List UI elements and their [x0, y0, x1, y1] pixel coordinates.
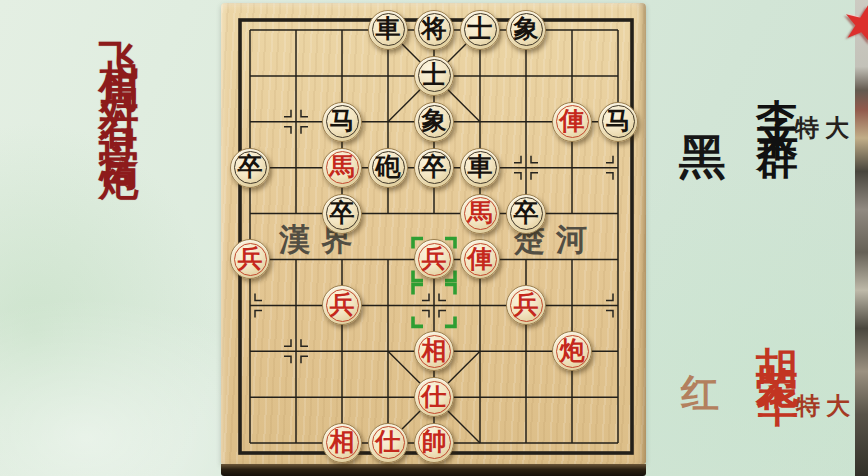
board-point-i0[interactable]	[595, 7, 641, 53]
board-point-i1[interactable]	[595, 53, 641, 99]
red-piece-兵[interactable]: 兵	[506, 285, 546, 325]
board-point-a9[interactable]	[227, 420, 273, 466]
board-point-f0[interactable]: 士	[457, 7, 503, 53]
piece-character: 兵	[238, 246, 263, 271]
board-point-e1[interactable]: 士	[411, 53, 457, 99]
black-piece-卒[interactable]: 卒	[322, 194, 362, 234]
board-point-e9[interactable]: 帥	[411, 420, 457, 466]
screen-edge-artifact	[855, 0, 868, 476]
board-point-b3[interactable]	[273, 145, 319, 191]
red-piece-相[interactable]: 相	[414, 331, 454, 371]
red-piece-仕[interactable]: 仕	[414, 377, 454, 417]
board-point-h3[interactable]	[549, 145, 595, 191]
board-point-a3[interactable]: 卒	[227, 145, 273, 191]
board-point-d9[interactable]: 仕	[365, 420, 411, 466]
board-point-b1[interactable]	[273, 53, 319, 99]
piece-character: 将	[422, 16, 447, 41]
piece-character: 卒	[514, 200, 539, 225]
piece-character: 士	[468, 16, 493, 41]
board-point-e4[interactable]	[411, 191, 457, 237]
board-point-h9[interactable]	[549, 420, 595, 466]
black-player-rank: 特大	[795, 112, 855, 144]
piece-character: 兵	[422, 246, 447, 271]
star-decoration: ★	[836, 0, 868, 54]
red-piece-馬[interactable]: 馬	[322, 148, 362, 188]
board-point-a0[interactable]	[227, 7, 273, 53]
board-point-e7[interactable]: 相	[411, 328, 457, 374]
piece-character: 帥	[422, 429, 447, 454]
black-piece-車[interactable]: 車	[460, 148, 500, 188]
board-point-d5[interactable]	[365, 236, 411, 282]
board-point-b6[interactable]	[273, 282, 319, 328]
board-point-i3[interactable]	[595, 145, 641, 191]
board-point-e8[interactable]: 仕	[411, 374, 457, 420]
board-point-i6[interactable]	[595, 282, 641, 328]
black-piece-象[interactable]: 象	[506, 10, 546, 50]
board-point-a2[interactable]	[227, 99, 273, 145]
board-point-a1[interactable]	[227, 53, 273, 99]
board-point-i2[interactable]: 马	[595, 99, 641, 145]
piece-character: 馬	[330, 154, 355, 179]
board-point-c9[interactable]: 相	[319, 420, 365, 466]
board-point-d3[interactable]: 砲	[365, 145, 411, 191]
red-player-rank: 特大	[796, 390, 856, 422]
black-piece-砲[interactable]: 砲	[368, 148, 408, 188]
board-point-g2[interactable]	[503, 99, 549, 145]
red-side-label: 红	[681, 368, 719, 419]
board-point-a7[interactable]	[227, 328, 273, 374]
board-point-b0[interactable]	[273, 7, 319, 53]
board-point-f8[interactable]	[457, 374, 503, 420]
board-point-d2[interactable]	[365, 99, 411, 145]
black-piece-马[interactable]: 马	[598, 102, 638, 142]
board-point-f7[interactable]	[457, 328, 503, 374]
board-point-c8[interactable]	[319, 374, 365, 420]
board-point-f1[interactable]	[457, 53, 503, 99]
black-piece-士[interactable]: 士	[414, 56, 454, 96]
board-point-h7[interactable]: 炮	[549, 328, 595, 374]
piece-character: 马	[330, 108, 355, 133]
board-point-b2[interactable]	[273, 99, 319, 145]
opening-title: 飞相局对右过宫炮	[92, 10, 147, 146]
red-piece-兵[interactable]: 兵	[414, 239, 454, 279]
board-point-f2[interactable]	[457, 99, 503, 145]
piece-character: 相	[330, 429, 355, 454]
board-point-c2[interactable]: 马	[319, 99, 365, 145]
piece-character: 車	[376, 16, 401, 41]
board-point-f3[interactable]: 車	[457, 145, 503, 191]
board-point-g8[interactable]	[503, 374, 549, 420]
board-point-f5[interactable]: 俥	[457, 236, 503, 282]
board-point-f6[interactable]	[457, 282, 503, 328]
screenshot-root: 飞相局对右过宫炮 車将士象士马象俥马卒馬砲卒車卒馬卒兵兵俥兵兵相炮仕相仕帥 漢界…	[0, 0, 868, 476]
board-point-i9[interactable]	[595, 420, 641, 466]
piece-character: 炮	[560, 338, 585, 363]
board-point-g9[interactable]	[503, 420, 549, 466]
board-point-e0[interactable]: 将	[411, 7, 457, 53]
board-point-i7[interactable]	[595, 328, 641, 374]
piece-character: 俥	[468, 246, 493, 271]
board-point-h2[interactable]: 俥	[549, 99, 595, 145]
board-bottom-edge	[221, 464, 646, 476]
red-piece-帥[interactable]: 帥	[414, 423, 454, 463]
board-point-h6[interactable]	[549, 282, 595, 328]
piece-character: 俥	[560, 108, 585, 133]
piece-character: 兵	[514, 292, 539, 317]
red-piece-兵[interactable]: 兵	[322, 285, 362, 325]
board-point-i4[interactable]	[595, 191, 641, 237]
red-piece-仕[interactable]: 仕	[368, 423, 408, 463]
board-point-d6[interactable]	[365, 282, 411, 328]
black-piece-卒[interactable]: 卒	[506, 194, 546, 234]
piece-character: 卒	[238, 154, 263, 179]
board-point-c0[interactable]	[319, 7, 365, 53]
piece-character: 馬	[468, 200, 493, 225]
piece-character: 卒	[330, 200, 355, 225]
red-piece-俥[interactable]: 俥	[460, 239, 500, 279]
piece-character: 兵	[330, 292, 355, 317]
board-point-c1[interactable]	[319, 53, 365, 99]
board-point-g3[interactable]	[503, 145, 549, 191]
board-point-a4[interactable]	[227, 191, 273, 237]
piece-character: 士	[422, 62, 447, 87]
piece-character: 仕	[376, 429, 401, 454]
board-point-d8[interactable]	[365, 374, 411, 420]
board-point-g1[interactable]	[503, 53, 549, 99]
board-point-c7[interactable]	[319, 328, 365, 374]
red-piece-兵[interactable]: 兵	[230, 239, 270, 279]
board-point-d0[interactable]: 車	[365, 7, 411, 53]
board-point-f9[interactable]	[457, 420, 503, 466]
piece-character: 象	[514, 16, 539, 41]
board-point-g6[interactable]: 兵	[503, 282, 549, 328]
board-point-b8[interactable]	[273, 374, 319, 420]
piece-character: 車	[468, 154, 493, 179]
board-point-i8[interactable]	[595, 374, 641, 420]
board-point-b9[interactable]	[273, 420, 319, 466]
board-point-a5[interactable]: 兵	[227, 236, 273, 282]
board-point-e3[interactable]: 卒	[411, 145, 457, 191]
board-point-c3[interactable]: 馬	[319, 145, 365, 191]
xiangqi-board: 車将士象士马象俥马卒馬砲卒車卒馬卒兵兵俥兵兵相炮仕相仕帥 漢界 楚河 ★	[221, 3, 646, 464]
board-point-a8[interactable]	[227, 374, 273, 420]
board-point-g7[interactable]	[503, 328, 549, 374]
black-piece-将[interactable]: 将	[414, 10, 454, 50]
board-point-f4[interactable]: 馬	[457, 191, 503, 237]
piece-character: 马	[606, 108, 631, 133]
piece-character: 仕	[422, 384, 447, 409]
piece-character: 象	[422, 108, 447, 133]
board-point-c6[interactable]: 兵	[319, 282, 365, 328]
black-piece-象[interactable]: 象	[414, 102, 454, 142]
red-piece-俥[interactable]: 俥	[552, 102, 592, 142]
board-point-h0[interactable]	[549, 7, 595, 53]
board-point-e6[interactable]	[411, 282, 457, 328]
black-piece-卒[interactable]: 卒	[230, 148, 270, 188]
board-point-d1[interactable]	[365, 53, 411, 99]
board-point-b7[interactable]	[273, 328, 319, 374]
black-piece-马[interactable]: 马	[322, 102, 362, 142]
board-point-h8[interactable]	[549, 374, 595, 420]
red-piece-相[interactable]: 相	[322, 423, 362, 463]
board-point-d4[interactable]	[365, 191, 411, 237]
board-point-i5[interactable]	[595, 236, 641, 282]
board-point-h1[interactable]	[549, 53, 595, 99]
piece-character: 相	[422, 338, 447, 363]
piece-character: 砲	[376, 154, 401, 179]
board-point-a6[interactable]	[227, 282, 273, 328]
red-piece-馬[interactable]: 馬	[460, 194, 500, 234]
board-point-e5[interactable]: 兵	[411, 236, 457, 282]
black-piece-卒[interactable]: 卒	[414, 148, 454, 188]
black-side-label: 黑	[679, 126, 726, 189]
black-piece-士[interactable]: 士	[460, 10, 500, 50]
board-point-d7[interactable]	[365, 328, 411, 374]
board-point-g0[interactable]: 象	[503, 7, 549, 53]
black-piece-車[interactable]: 車	[368, 10, 408, 50]
board-point-e2[interactable]: 象	[411, 99, 457, 145]
piece-character: 卒	[422, 154, 447, 179]
red-piece-炮[interactable]: 炮	[552, 331, 592, 371]
red-player-name: 胡荣华	[749, 313, 805, 370]
